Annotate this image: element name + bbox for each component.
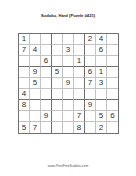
cell-r3c2 [30, 56, 41, 67]
cell-r8c2 [30, 111, 41, 122]
cell-r3c8 [96, 56, 107, 67]
cell-r6c7 [85, 89, 96, 100]
cell-r2c7 [85, 45, 96, 56]
cell-r4c7: 6 [85, 67, 96, 78]
cell-r5c3 [41, 78, 52, 89]
cell-r3c1 [19, 56, 30, 67]
cell-r5c1 [19, 78, 30, 89]
cell-r4c6 [74, 67, 85, 78]
cell-r1c8: 4 [96, 34, 107, 45]
cell-r6c4 [52, 89, 63, 100]
cell-r6c8 [96, 89, 107, 100]
cell-r8c8: 5 [96, 111, 107, 122]
cell-r1c1: 1 [19, 34, 30, 45]
cell-r9c9 [107, 122, 118, 133]
cell-r4c8: 1 [96, 67, 107, 78]
cell-r4c9 [107, 67, 118, 78]
cell-r1c6 [74, 34, 85, 45]
cell-r8c9: 6 [107, 111, 118, 122]
cell-r9c7 [85, 122, 96, 133]
cell-r5c4 [52, 78, 63, 89]
cell-r7c3 [41, 100, 52, 111]
cell-r1c3 [41, 34, 52, 45]
cell-r9c6: 8 [74, 122, 85, 133]
cell-r4c1 [19, 67, 30, 78]
cell-r6c5 [63, 89, 74, 100]
puzzle-title: Sudoku, Hard (Puzzle #421) [33, 13, 104, 18]
cell-r4c2: 9 [30, 67, 41, 78]
cell-r8c1 [19, 111, 30, 122]
cell-r3c4 [52, 56, 63, 67]
cell-r8c5 [63, 111, 74, 122]
cell-r9c4 [52, 122, 63, 133]
cell-r7c6 [74, 100, 85, 111]
cell-r9c8: 2 [96, 122, 107, 133]
cell-r6c2 [30, 89, 41, 100]
cell-r3c5 [63, 56, 74, 67]
cell-r4c5 [63, 67, 74, 78]
cell-r3c3: 6 [41, 56, 52, 67]
cell-r6c1: 4 [19, 89, 30, 100]
sudoku-board: 1247436619561597348997565782 [18, 33, 119, 134]
cell-r8c4 [52, 111, 63, 122]
cell-r7c7: 9 [85, 100, 96, 111]
cell-r2c6 [74, 45, 85, 56]
cell-r7c4 [52, 100, 63, 111]
cell-r9c1: 5 [19, 122, 30, 133]
cell-r2c3 [41, 45, 52, 56]
cell-r1c2 [30, 34, 41, 45]
cell-r2c2: 4 [30, 45, 41, 56]
sudoku-page: Sudoku, Hard (Puzzle #421) 1247436619561… [0, 0, 136, 176]
cell-r1c9 [107, 34, 118, 45]
cell-r7c2 [30, 100, 41, 111]
cell-r2c1: 7 [19, 45, 30, 56]
cell-r6c9 [107, 89, 118, 100]
cell-r2c8: 6 [96, 45, 107, 56]
cell-r6c3 [41, 89, 52, 100]
cell-r2c4 [52, 45, 63, 56]
cell-r5c6 [74, 78, 85, 89]
cell-r8c7 [85, 111, 96, 122]
cell-r7c8 [96, 100, 107, 111]
cell-r7c9 [107, 100, 118, 111]
cell-r4c3 [41, 67, 52, 78]
cell-r1c5 [63, 34, 74, 45]
cell-r2c9 [107, 45, 118, 56]
cell-r3c6: 1 [74, 56, 85, 67]
cell-r6c6 [74, 89, 85, 100]
cell-r8c6: 7 [74, 111, 85, 122]
cell-r5c7: 7 [85, 78, 96, 89]
cell-r5c2: 5 [30, 78, 41, 89]
cell-r3c7 [85, 56, 96, 67]
cell-r5c5: 9 [63, 78, 74, 89]
cell-r7c1: 8 [19, 100, 30, 111]
cell-r4c4: 5 [52, 67, 63, 78]
cell-r8c3: 9 [41, 111, 52, 122]
cell-r5c9 [107, 78, 118, 89]
cell-r1c4 [52, 34, 63, 45]
cell-r9c3 [41, 122, 52, 133]
cell-r1c7: 2 [85, 34, 96, 45]
footer-url: www.PrintFreeSudoku.com [39, 164, 96, 168]
cell-r5c8: 3 [96, 78, 107, 89]
cell-r2c5: 3 [63, 45, 74, 56]
cell-r9c2: 7 [30, 122, 41, 133]
cell-r3c9 [107, 56, 118, 67]
cell-r7c5 [63, 100, 74, 111]
cell-r9c5 [63, 122, 74, 133]
